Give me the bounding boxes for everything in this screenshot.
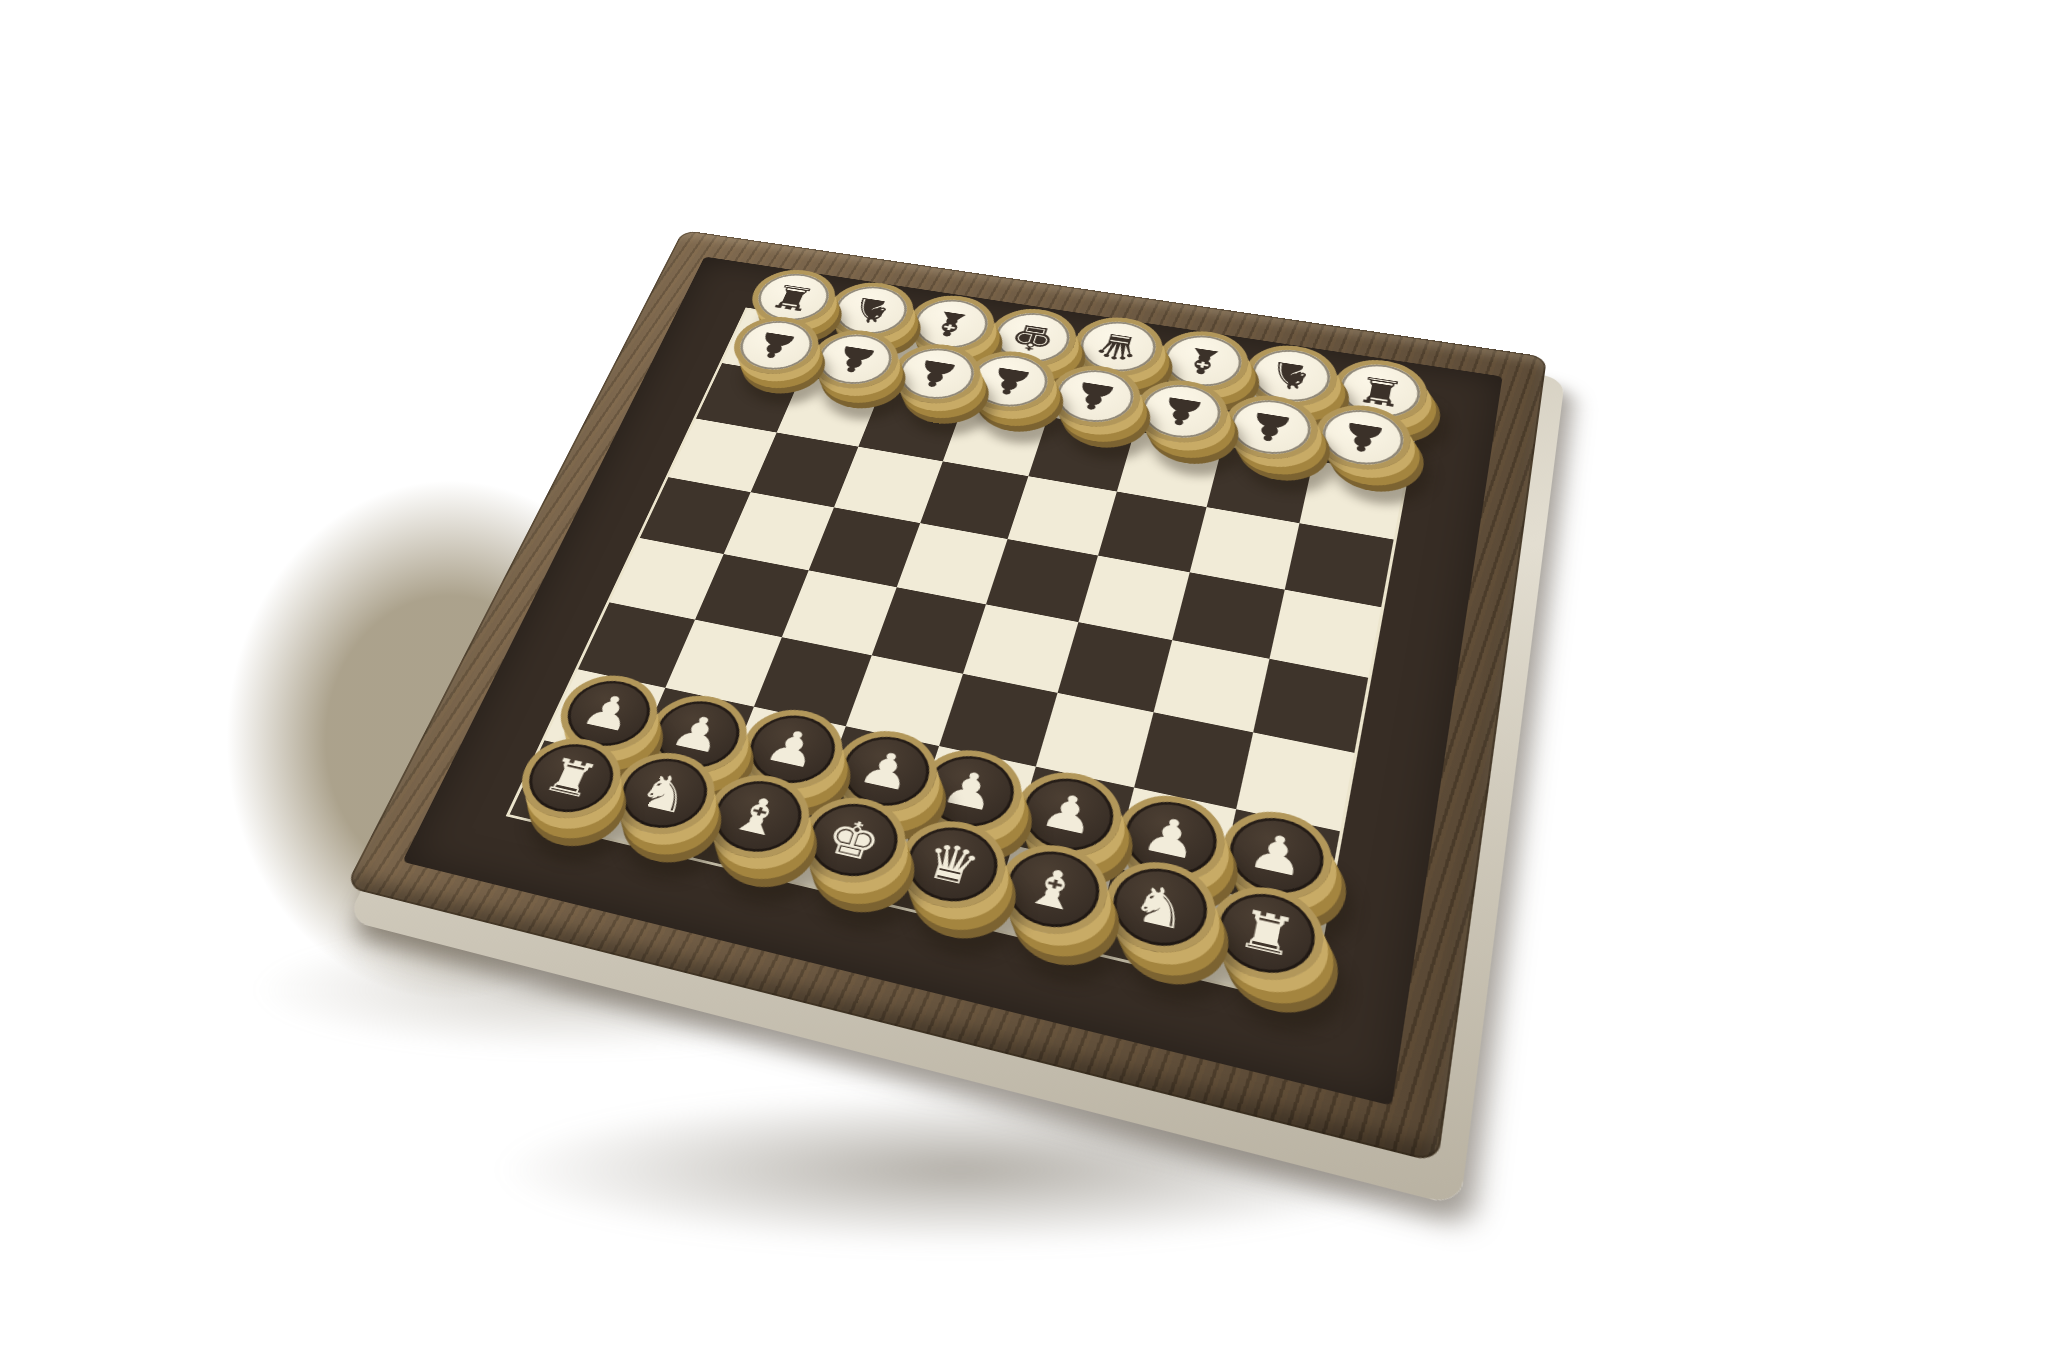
knight-glyph: ♞: [1263, 355, 1318, 396]
queen-glyph: ♛: [918, 834, 986, 894]
piece-white-pawn-f2[interactable]: ♟: [883, 339, 989, 410]
pawn-glyph: ♟: [908, 354, 964, 394]
pawn-glyph: ♟: [1243, 406, 1299, 449]
pawn-glyph: ♟: [1137, 809, 1203, 869]
bishop-glyph: ♝: [1019, 858, 1087, 920]
knight-glyph: ♞: [1126, 876, 1194, 939]
rook-glyph: ♜: [766, 279, 821, 316]
piece-black-rook-a8[interactable]: ♜: [1202, 877, 1331, 991]
pawn-glyph: ♟: [853, 743, 919, 799]
piece-black-bishop-c8[interactable]: ♝: [989, 835, 1118, 944]
rook-glyph: ♜: [1233, 901, 1301, 965]
pawn-glyph: ♟: [827, 340, 883, 379]
knight-glyph: ♞: [844, 292, 899, 330]
pawn-glyph: ♟: [748, 326, 804, 365]
pawn-glyph: ♟: [982, 361, 1038, 402]
piece-black-queen-d8[interactable]: ♛: [888, 812, 1016, 919]
pawn-glyph: ♟: [1244, 825, 1310, 886]
piece-white-pawn-g2[interactable]: ♟: [802, 325, 908, 395]
piece-white-pawn-h2[interactable]: ♟: [723, 312, 828, 380]
queen-glyph: ♛: [1090, 327, 1145, 367]
bishop-glyph: ♝: [1176, 341, 1231, 381]
king-glyph: ♚: [820, 811, 888, 870]
pawn-glyph: ♟: [576, 687, 642, 739]
rook-glyph: ♜: [537, 751, 605, 806]
photo-scene: ♜♞♝♛♚♝♞♜♟♟♟♟♟♟♟♟♟♟♟♟♟♟♟♟♜♞♝♛♚♝♞♜: [0, 0, 2048, 1368]
pawn-glyph: ♟: [1335, 416, 1391, 460]
pieces-layer: ♜♞♝♛♚♝♞♜♟♟♟♟♟♟♟♟♟♟♟♟♟♟♟♟♜♞♝♛♚♝♞♜: [510, 309, 1417, 1002]
bishop-glyph: ♝: [923, 305, 978, 343]
bishop-glyph: ♝: [724, 788, 792, 845]
pawn-glyph: ♟: [1035, 785, 1101, 843]
pawn-glyph: ♟: [1067, 376, 1123, 417]
knight-glyph: ♞: [631, 765, 699, 821]
pawn-glyph: ♟: [1154, 391, 1210, 433]
pawn-glyph: ♟: [759, 722, 825, 777]
pawn-glyph: ♟: [936, 763, 1002, 820]
